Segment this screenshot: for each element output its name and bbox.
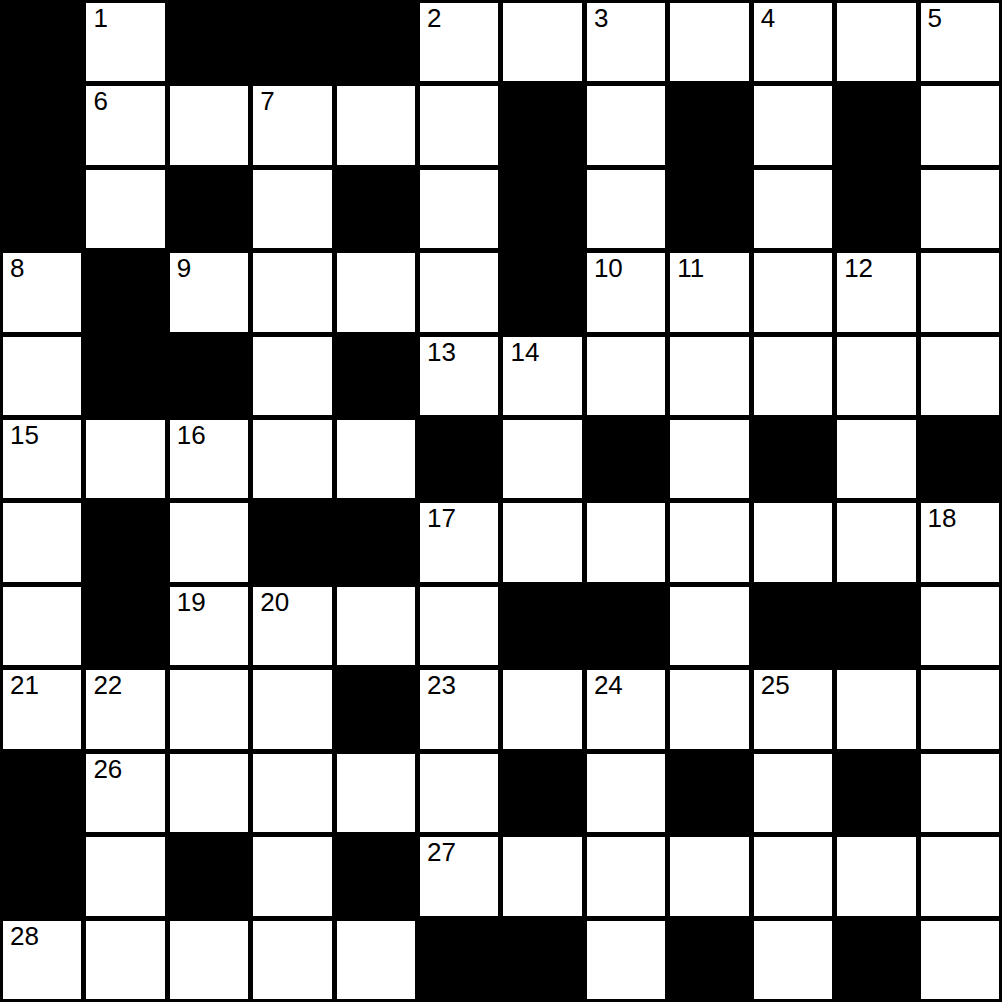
block-cell-r3c5 — [337, 170, 415, 248]
clue-number: 4 — [761, 5, 775, 32]
cell-r8c3[interactable]: 19 — [170, 587, 248, 665]
cell-r11c12[interactable] — [921, 837, 999, 915]
cell-r2c6[interactable] — [420, 86, 498, 164]
cell-r7c11[interactable] — [837, 503, 915, 581]
cell-r7c1[interactable] — [3, 503, 81, 581]
cell-r10c4[interactable] — [253, 754, 331, 832]
block-cell-r6c6 — [420, 420, 498, 498]
cell-r12c5[interactable] — [337, 921, 415, 999]
block-cell-r5c5 — [337, 337, 415, 415]
cell-r7c3[interactable] — [170, 503, 248, 581]
cell-r5c10[interactable] — [754, 337, 832, 415]
cell-r2c2[interactable]: 6 — [86, 86, 164, 164]
cell-r9c9[interactable] — [670, 670, 748, 748]
clue-number: 19 — [177, 589, 206, 616]
clue-number: 18 — [928, 505, 957, 532]
block-cell-r6c12 — [921, 420, 999, 498]
cell-r12c10[interactable] — [754, 921, 832, 999]
cell-r7c9[interactable] — [670, 503, 748, 581]
cell-r6c2[interactable] — [86, 420, 164, 498]
clue-number: 28 — [10, 923, 39, 950]
clue-number: 11 — [677, 255, 704, 282]
cell-r11c6[interactable]: 27 — [420, 837, 498, 915]
cell-r8c6[interactable] — [420, 587, 498, 665]
block-cell-r7c4 — [253, 503, 331, 581]
cell-r9c12[interactable] — [921, 670, 999, 748]
block-cell-r1c5 — [337, 3, 415, 81]
cell-r10c5[interactable] — [337, 754, 415, 832]
block-cell-r12c7 — [503, 921, 581, 999]
block-cell-r3c9 — [670, 170, 748, 248]
block-cell-r4c2 — [86, 253, 164, 331]
cell-r4c8[interactable]: 10 — [587, 253, 665, 331]
block-cell-r3c1 — [3, 170, 81, 248]
cell-r9c1[interactable]: 21 — [3, 670, 81, 748]
cell-r6c1[interactable]: 15 — [3, 420, 81, 498]
block-cell-r12c6 — [420, 921, 498, 999]
cell-r11c8[interactable] — [587, 837, 665, 915]
cell-r4c4[interactable] — [253, 253, 331, 331]
clue-number: 22 — [93, 672, 122, 699]
cell-r12c8[interactable] — [587, 921, 665, 999]
block-cell-r8c11 — [837, 587, 915, 665]
cell-r4c12[interactable] — [921, 253, 999, 331]
cell-r9c3[interactable] — [170, 670, 248, 748]
cell-r11c7[interactable] — [503, 837, 581, 915]
cell-r11c10[interactable] — [754, 837, 832, 915]
clue-number: 2 — [427, 5, 441, 32]
block-cell-r8c8 — [587, 587, 665, 665]
cell-r5c9[interactable] — [670, 337, 748, 415]
cell-r11c11[interactable] — [837, 837, 915, 915]
cell-r10c3[interactable] — [170, 754, 248, 832]
block-cell-r8c10 — [754, 587, 832, 665]
cell-r11c2[interactable] — [86, 837, 164, 915]
cell-r9c7[interactable] — [503, 670, 581, 748]
cell-r6c4[interactable] — [253, 420, 331, 498]
clue-number: 14 — [510, 339, 539, 366]
clue-number: 8 — [10, 255, 24, 282]
clue-number: 23 — [427, 672, 456, 699]
clue-number: 24 — [594, 672, 623, 699]
clue-number: 25 — [761, 672, 790, 699]
clue-number: 17 — [427, 505, 456, 532]
block-cell-r6c10 — [754, 420, 832, 498]
cell-r4c5[interactable] — [337, 253, 415, 331]
block-cell-r12c11 — [837, 921, 915, 999]
cell-r6c9[interactable] — [670, 420, 748, 498]
cell-r8c1[interactable] — [3, 587, 81, 665]
crossword-board: 1234567891011121314151617181920212223242… — [0, 0, 1002, 1002]
block-cell-r1c1 — [3, 3, 81, 81]
cell-r1c7[interactable] — [503, 3, 581, 81]
cell-r4c1[interactable]: 8 — [3, 253, 81, 331]
cell-r8c9[interactable] — [670, 587, 748, 665]
clue-number: 21 — [10, 672, 39, 699]
cell-r12c3[interactable] — [170, 921, 248, 999]
block-cell-r5c2 — [86, 337, 164, 415]
block-cell-r8c2 — [86, 587, 164, 665]
block-cell-r11c3 — [170, 837, 248, 915]
block-cell-r7c5 — [337, 503, 415, 581]
cell-r10c8[interactable] — [587, 754, 665, 832]
clue-number: 27 — [427, 839, 456, 866]
cell-r3c8[interactable] — [587, 170, 665, 248]
cell-r2c5[interactable] — [337, 86, 415, 164]
cell-r7c10[interactable] — [754, 503, 832, 581]
cell-r10c6[interactable] — [420, 754, 498, 832]
block-cell-r2c7 — [503, 86, 581, 164]
block-cell-r10c11 — [837, 754, 915, 832]
cell-r3c10[interactable] — [754, 170, 832, 248]
clue-number: 26 — [93, 756, 122, 783]
cell-r11c9[interactable] — [670, 837, 748, 915]
cell-r7c12[interactable]: 18 — [921, 503, 999, 581]
block-cell-r1c4 — [253, 3, 331, 81]
block-cell-r3c3 — [170, 170, 248, 248]
cell-r9c10[interactable]: 25 — [754, 670, 832, 748]
block-cell-r11c5 — [337, 837, 415, 915]
block-cell-r8c7 — [503, 587, 581, 665]
cell-r6c3[interactable]: 16 — [170, 420, 248, 498]
cell-r3c6[interactable] — [420, 170, 498, 248]
cell-r4c3[interactable]: 9 — [170, 253, 248, 331]
clue-number: 7 — [260, 88, 274, 115]
block-cell-r5c3 — [170, 337, 248, 415]
clue-number: 15 — [10, 422, 39, 449]
cell-r10c10[interactable] — [754, 754, 832, 832]
cell-r7c8[interactable] — [587, 503, 665, 581]
cell-r7c6[interactable]: 17 — [420, 503, 498, 581]
cell-r2c8[interactable] — [587, 86, 665, 164]
cell-r11c4[interactable] — [253, 837, 331, 915]
cell-r12c12[interactable] — [921, 921, 999, 999]
clue-number: 3 — [594, 5, 608, 32]
clue-number: 20 — [260, 589, 289, 616]
block-cell-r10c9 — [670, 754, 748, 832]
cell-r6c11[interactable] — [837, 420, 915, 498]
cell-r12c4[interactable] — [253, 921, 331, 999]
cell-r1c2[interactable]: 1 — [86, 3, 164, 81]
cell-r2c10[interactable] — [754, 86, 832, 164]
cell-r1c9[interactable] — [670, 3, 748, 81]
cell-r9c4[interactable] — [253, 670, 331, 748]
cell-r12c1[interactable]: 28 — [3, 921, 81, 999]
cell-r5c11[interactable] — [837, 337, 915, 415]
clue-number: 13 — [427, 339, 456, 366]
cell-r1c11[interactable] — [837, 3, 915, 81]
block-cell-r3c11 — [837, 170, 915, 248]
cell-r8c4[interactable]: 20 — [253, 587, 331, 665]
cell-r4c9[interactable]: 11 — [670, 253, 748, 331]
block-cell-r9c5 — [337, 670, 415, 748]
cell-r4c6[interactable] — [420, 253, 498, 331]
cell-r4c11[interactable]: 12 — [837, 253, 915, 331]
cell-r9c6[interactable]: 23 — [420, 670, 498, 748]
cell-r5c6[interactable]: 13 — [420, 337, 498, 415]
clue-number: 1 — [93, 5, 107, 32]
block-cell-r3c7 — [503, 170, 581, 248]
cell-r5c4[interactable] — [253, 337, 331, 415]
clue-number: 12 — [844, 255, 873, 282]
clue-number: 6 — [93, 88, 107, 115]
cell-r2c3[interactable] — [170, 86, 248, 164]
clue-number: 9 — [177, 255, 191, 282]
block-cell-r4c7 — [503, 253, 581, 331]
cell-r4c10[interactable] — [754, 253, 832, 331]
cell-r10c2[interactable]: 26 — [86, 754, 164, 832]
cell-r3c12[interactable] — [921, 170, 999, 248]
cell-r5c8[interactable] — [587, 337, 665, 415]
cell-r1c6[interactable]: 2 — [420, 3, 498, 81]
block-cell-r10c7 — [503, 754, 581, 832]
clue-number: 16 — [177, 422, 206, 449]
block-cell-r7c2 — [86, 503, 164, 581]
block-cell-r12c9 — [670, 921, 748, 999]
cell-r6c7[interactable] — [503, 420, 581, 498]
cell-r2c4[interactable]: 7 — [253, 86, 331, 164]
cell-r8c5[interactable] — [337, 587, 415, 665]
cell-r3c2[interactable] — [86, 170, 164, 248]
cell-r9c2[interactable]: 22 — [86, 670, 164, 748]
cell-r5c7[interactable]: 14 — [503, 337, 581, 415]
cell-r10c12[interactable] — [921, 754, 999, 832]
clue-number: 5 — [928, 5, 942, 32]
cell-r5c1[interactable] — [3, 337, 81, 415]
cell-r12c2[interactable] — [86, 921, 164, 999]
cell-r9c8[interactable]: 24 — [587, 670, 665, 748]
block-cell-r6c8 — [587, 420, 665, 498]
cell-r6c5[interactable] — [337, 420, 415, 498]
block-cell-r2c11 — [837, 86, 915, 164]
cell-r3c4[interactable] — [253, 170, 331, 248]
cell-r1c12[interactable]: 5 — [921, 3, 999, 81]
cell-r1c10[interactable]: 4 — [754, 3, 832, 81]
block-cell-r11c1 — [3, 837, 81, 915]
cell-r5c12[interactable] — [921, 337, 999, 415]
block-cell-r2c9 — [670, 86, 748, 164]
cell-r2c12[interactable] — [921, 86, 999, 164]
cell-r8c12[interactable] — [921, 587, 999, 665]
clue-number: 10 — [594, 255, 623, 282]
block-cell-r2c1 — [3, 86, 81, 164]
cell-r1c8[interactable]: 3 — [587, 3, 665, 81]
block-cell-r10c1 — [3, 754, 81, 832]
cell-r7c7[interactable] — [503, 503, 581, 581]
cell-r9c11[interactable] — [837, 670, 915, 748]
block-cell-r1c3 — [170, 3, 248, 81]
